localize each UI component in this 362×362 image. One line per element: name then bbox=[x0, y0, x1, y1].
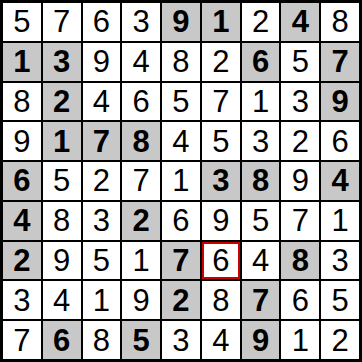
cell-r9c5[interactable]: 3 bbox=[162, 321, 200, 359]
cell-r5c7[interactable]: 8 bbox=[242, 162, 280, 200]
cell-r7c7[interactable]: 4 bbox=[242, 242, 280, 280]
cell-r9c3[interactable]: 8 bbox=[83, 321, 121, 359]
cell-r8c9[interactable]: 5 bbox=[321, 281, 359, 319]
cell-r9c8[interactable]: 1 bbox=[281, 321, 319, 359]
cell-r2c6[interactable]: 2 bbox=[202, 43, 240, 81]
cell-r3c1[interactable]: 8 bbox=[3, 83, 41, 121]
cell-r5c8[interactable]: 9 bbox=[281, 162, 319, 200]
cell-r5c1[interactable]: 6 bbox=[3, 162, 41, 200]
cell-r3c7[interactable]: 1 bbox=[242, 83, 280, 121]
cell-r3c9[interactable]: 9 bbox=[321, 83, 359, 121]
cell-r1c1[interactable]: 5 bbox=[3, 3, 41, 41]
cell-r6c4[interactable]: 2 bbox=[122, 202, 160, 240]
cell-r8c2[interactable]: 4 bbox=[43, 281, 81, 319]
cell-r3c4[interactable]: 6 bbox=[122, 83, 160, 121]
cell-r9c2[interactable]: 6 bbox=[43, 321, 81, 359]
cell-r5c4[interactable]: 7 bbox=[122, 162, 160, 200]
cell-r3c3[interactable]: 4 bbox=[83, 83, 121, 121]
cell-r7c9[interactable]: 3 bbox=[321, 242, 359, 280]
cell-r7c3[interactable]: 5 bbox=[83, 242, 121, 280]
cell-r4c8[interactable]: 2 bbox=[281, 122, 319, 160]
cell-r7c4[interactable]: 1 bbox=[122, 242, 160, 280]
cell-r6c3[interactable]: 3 bbox=[83, 202, 121, 240]
cell-r4c2[interactable]: 1 bbox=[43, 122, 81, 160]
cell-r1c7[interactable]: 2 bbox=[242, 3, 280, 41]
cell-r4c4[interactable]: 8 bbox=[122, 122, 160, 160]
cell-r5c9[interactable]: 4 bbox=[321, 162, 359, 200]
cell-r9c9[interactable]: 2 bbox=[321, 321, 359, 359]
cell-r5c6[interactable]: 3 bbox=[202, 162, 240, 200]
cell-r4c5[interactable]: 4 bbox=[162, 122, 200, 160]
cell-r1c5[interactable]: 9 bbox=[162, 3, 200, 41]
cell-r6c6[interactable]: 9 bbox=[202, 202, 240, 240]
cell-r7c2[interactable]: 9 bbox=[43, 242, 81, 280]
cell-r6c8[interactable]: 7 bbox=[281, 202, 319, 240]
cell-r4c6[interactable]: 5 bbox=[202, 122, 240, 160]
cell-r1c2[interactable]: 7 bbox=[43, 3, 81, 41]
cell-r2c4[interactable]: 4 bbox=[122, 43, 160, 81]
cell-r8c6[interactable]: 8 bbox=[202, 281, 240, 319]
cell-r9c4[interactable]: 5 bbox=[122, 321, 160, 359]
cell-r2c5[interactable]: 8 bbox=[162, 43, 200, 81]
cell-r4c9[interactable]: 6 bbox=[321, 122, 359, 160]
cell-r2c7[interactable]: 6 bbox=[242, 43, 280, 81]
cell-r1c3[interactable]: 6 bbox=[83, 3, 121, 41]
cell-r8c5[interactable]: 2 bbox=[162, 281, 200, 319]
cell-r8c7[interactable]: 7 bbox=[242, 281, 280, 319]
cell-r2c9[interactable]: 7 bbox=[321, 43, 359, 81]
cell-r2c2[interactable]: 3 bbox=[43, 43, 81, 81]
cell-r7c8[interactable]: 8 bbox=[281, 242, 319, 280]
cell-r3c2[interactable]: 2 bbox=[43, 83, 81, 121]
cell-r3c5[interactable]: 5 bbox=[162, 83, 200, 121]
cell-r1c6[interactable]: 1 bbox=[202, 3, 240, 41]
cell-r6c9[interactable]: 1 bbox=[321, 202, 359, 240]
cell-r3c8[interactable]: 3 bbox=[281, 83, 319, 121]
cell-r7c1[interactable]: 2 bbox=[3, 242, 41, 280]
cell-r4c7[interactable]: 3 bbox=[242, 122, 280, 160]
cell-r9c1[interactable]: 7 bbox=[3, 321, 41, 359]
cell-r2c1[interactable]: 1 bbox=[3, 43, 41, 81]
cell-r5c2[interactable]: 5 bbox=[43, 162, 81, 200]
cell-r8c4[interactable]: 9 bbox=[122, 281, 160, 319]
cell-r6c5[interactable]: 6 bbox=[162, 202, 200, 240]
cell-r5c5[interactable]: 1 bbox=[162, 162, 200, 200]
sudoku-board: 5763912481394826578246571399178453266527… bbox=[0, 0, 362, 362]
cell-r2c8[interactable]: 5 bbox=[281, 43, 319, 81]
cell-r8c8[interactable]: 6 bbox=[281, 281, 319, 319]
cell-r1c9[interactable]: 8 bbox=[321, 3, 359, 41]
cell-r4c1[interactable]: 9 bbox=[3, 122, 41, 160]
cell-r5c3[interactable]: 2 bbox=[83, 162, 121, 200]
cell-r3c6[interactable]: 7 bbox=[202, 83, 240, 121]
cell-r1c8[interactable]: 4 bbox=[281, 3, 319, 41]
cell-r8c1[interactable]: 3 bbox=[3, 281, 41, 319]
cell-r6c1[interactable]: 4 bbox=[3, 202, 41, 240]
cell-r6c2[interactable]: 8 bbox=[43, 202, 81, 240]
cell-r4c3[interactable]: 7 bbox=[83, 122, 121, 160]
cell-r9c7[interactable]: 9 bbox=[242, 321, 280, 359]
cell-r9c6[interactable]: 4 bbox=[202, 321, 240, 359]
cell-r7c6[interactable]: 6 bbox=[202, 242, 240, 280]
cell-r6c7[interactable]: 5 bbox=[242, 202, 280, 240]
cell-r8c3[interactable]: 1 bbox=[83, 281, 121, 319]
cell-r1c4[interactable]: 3 bbox=[122, 3, 160, 41]
cell-r7c5[interactable]: 7 bbox=[162, 242, 200, 280]
cell-r2c3[interactable]: 9 bbox=[83, 43, 121, 81]
